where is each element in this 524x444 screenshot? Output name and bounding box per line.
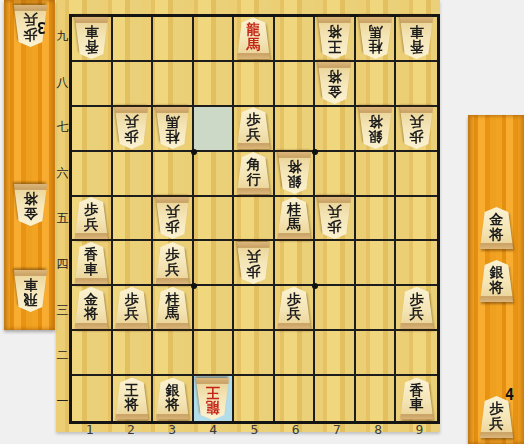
koma-kanji: 香車 [398,378,435,420]
sente-pawn-piece[interactable]: 歩兵 [235,242,272,284]
cell-3九[interactable] [153,17,194,62]
cell-2一[interactable]: 王将 [113,376,154,421]
koma-kanji: 銀将 [154,378,191,420]
rank-label: 七 [56,105,69,151]
cell-6六[interactable]: 銀将 [275,152,316,197]
cell-8四[interactable] [356,241,397,286]
koma-kanji: 歩兵 [154,242,191,284]
cell-2七[interactable]: 歩兵 [113,107,154,152]
gote-king-piece[interactable]: 王将 [113,378,150,420]
cell-9三[interactable]: 歩兵 [396,286,437,331]
rank-label: 六 [56,151,69,197]
cell-1三[interactable]: 金将 [72,286,113,331]
cell-6九[interactable] [275,17,316,62]
koma-kanji: 王将 [316,17,353,59]
gote-lance-piece[interactable]: 香車 [398,378,435,420]
koma-kanji: 歩兵 [73,197,110,239]
cell-7七[interactable] [315,107,356,152]
cell-4九[interactable] [194,17,235,62]
koma-kanji: 歩兵 [398,287,435,329]
sente-pawn-piece[interactable]: 歩兵 [154,197,191,239]
cell-9四[interactable] [396,241,437,286]
cell-2四[interactable] [113,241,154,286]
cell-7六[interactable] [315,152,356,197]
cell-5四[interactable]: 歩兵 [234,241,275,286]
cell-3一[interactable]: 銀将 [153,376,194,421]
cell-5六[interactable]: 角行 [234,152,275,197]
koma-kanji: 香車 [398,17,435,59]
cell-8五[interactable] [356,197,397,242]
cell-8二[interactable] [356,331,397,376]
koma-kanji: 王将 [113,378,150,420]
cell-5七[interactable]: 歩兵 [234,107,275,152]
koma-kanji: 金将 [73,287,110,329]
rank-label: 九 [56,14,69,60]
cell-5八[interactable] [234,62,275,107]
koma-kanji: 飛車 [12,270,49,312]
rank-label: 一 [56,378,69,424]
cell-9七[interactable]: 歩兵 [396,107,437,152]
cell-4五[interactable] [194,197,235,242]
gote-lance-piece[interactable]: 香車 [73,242,110,284]
cell-8八[interactable] [356,62,397,107]
cell-3二[interactable] [153,331,194,376]
shogi-app: 九八七六五四三二一 123456789 香車龍馬王将桂馬香車金将歩兵桂馬歩兵銀将… [0,0,524,444]
cell-7四[interactable] [315,241,356,286]
gote-pawn-piece[interactable]: 歩兵 [154,242,191,284]
cell-2六[interactable] [113,152,154,197]
cell-1一[interactable] [72,376,113,421]
gote-knight-piece[interactable]: 桂馬 [154,287,191,329]
koma-kanji: 歩兵 [235,242,272,284]
rank-label: 八 [56,60,69,106]
koma-kanji: 銀将 [357,107,394,149]
koma-kanji: 角行 [235,152,272,194]
koma-kanji: 龍馬 [235,17,272,59]
koma-kanji: 歩兵 [276,287,313,329]
cell-8九[interactable]: 桂馬 [356,17,397,62]
cell-2三[interactable]: 歩兵 [113,286,154,331]
sente-knight-piece[interactable]: 桂馬 [154,107,191,149]
cell-8三[interactable] [356,286,397,331]
sente-pawn-piece[interactable]: 歩兵 [398,107,435,149]
cell-1四[interactable]: 香車 [72,241,113,286]
star-point [312,149,318,155]
star-point [312,283,318,289]
cell-9八[interactable] [396,62,437,107]
shogi-board-grid: 香車龍馬王将桂馬香車金将歩兵桂馬歩兵銀将歩兵角行銀将歩兵歩兵桂馬歩兵香車歩兵歩兵… [69,14,440,424]
cell-6一[interactable] [275,376,316,421]
gote-gold-piece[interactable]: 金将 [73,287,110,329]
koma-kanji: 歩兵 [113,287,150,329]
cell-2二[interactable] [113,331,154,376]
gote-knight-piece[interactable]: 桂馬 [276,197,313,239]
koma-kanji: 香車 [73,17,110,59]
rank-label: 二 [56,333,69,379]
sente-pawn-piece[interactable]: 歩兵 [113,107,150,149]
sente-lance-piece[interactable]: 香車 [73,17,110,59]
captured-pieces-stand-left: 歩兵3金将飛車 [4,0,55,330]
cell-9九[interactable]: 香車 [396,17,437,62]
koma-kanji: 歩兵 [398,107,435,149]
cell-3三[interactable]: 桂馬 [153,286,194,331]
cell-6五[interactable]: 桂馬 [275,197,316,242]
sente-gold-piece[interactable]: 金将 [316,62,353,104]
sente-silver-piece[interactable]: 銀将 [276,152,313,194]
cell-4六[interactable] [194,152,235,197]
sente-pawn-piece[interactable]: 歩兵 [316,197,353,239]
cell-7九[interactable]: 王将 [315,17,356,62]
koma-kanji: 金将 [478,207,515,249]
cell-7八[interactable]: 金将 [315,62,356,107]
gote-bishop-piece[interactable]: 角行 [235,152,272,194]
cell-6八[interactable] [275,62,316,107]
cell-6三[interactable]: 歩兵 [275,286,316,331]
cell-2五[interactable] [113,197,154,242]
cell-9六[interactable] [396,152,437,197]
cell-6七[interactable] [275,107,316,152]
koma-kanji: 歩兵 [235,107,272,149]
cell-4八[interactable] [194,62,235,107]
sente-lance-piece[interactable]: 香車 [398,17,435,59]
gote-promoted-bishop-piece[interactable]: 龍馬 [235,17,272,59]
rank-label: 五 [56,196,69,242]
gote-pawn-piece[interactable]: 歩兵 [113,287,150,329]
sente-silver-piece[interactable]: 銀将 [357,107,394,149]
koma-kanji: 歩兵 [154,197,191,239]
sente-king-piece[interactable]: 王将 [316,17,353,59]
gote-pawn-piece[interactable]: 歩兵 [276,287,313,329]
cell-6四[interactable] [275,241,316,286]
cell-5九[interactable]: 龍馬 [234,17,275,62]
gote-silver-piece[interactable]: 銀将 [154,378,191,420]
sente-knight-piece[interactable]: 桂馬 [357,17,394,59]
captured-pieces-stand-right: 金将銀将歩兵4 [468,115,524,444]
rank-labels: 九八七六五四三二一 [56,14,69,424]
cell-1九[interactable]: 香車 [72,17,113,62]
koma-kanji: 桂馬 [357,17,394,59]
cell-7一[interactable] [315,376,356,421]
cell-7二[interactable] [315,331,356,376]
cell-3四[interactable]: 歩兵 [153,241,194,286]
cell-5一[interactable] [234,376,275,421]
cell-9一[interactable]: 香車 [396,376,437,421]
cell-7五[interactable]: 歩兵 [315,197,356,242]
cell-8七[interactable]: 銀将 [356,107,397,152]
gote-silver-piece[interactable]: 銀将 [478,260,515,302]
koma-kanji: 桂馬 [276,197,313,239]
cell-1五[interactable]: 歩兵 [72,197,113,242]
rank-label: 四 [56,242,69,288]
koma-kanji: 香車 [73,242,110,284]
cell-8一[interactable] [356,376,397,421]
star-point [191,149,197,155]
cell-4一[interactable]: 龍王 [194,376,235,421]
sente-gold-piece[interactable]: 金将 [12,184,49,226]
koma-kanji: 桂馬 [154,287,191,329]
rank-label: 三 [56,287,69,333]
koma-kanji: 銀将 [276,152,313,194]
cell-4七[interactable] [194,107,235,152]
cell-6二[interactable] [275,331,316,376]
cell-9二[interactable] [396,331,437,376]
cell-9五[interactable] [396,197,437,242]
koma-kanji: 金将 [12,184,49,226]
cell-2九[interactable] [113,17,154,62]
cell-1八[interactable] [72,62,113,107]
cell-7三[interactable] [315,286,356,331]
cell-5三[interactable] [234,286,275,331]
gote-pawn-piece[interactable]: 歩兵 [235,107,272,149]
koma-kanji: 歩兵 [316,197,353,239]
cell-3七[interactable]: 桂馬 [153,107,194,152]
cell-1六[interactable] [72,152,113,197]
gote-pawn-piece[interactable]: 歩兵 [398,287,435,329]
star-point [191,283,197,289]
sente-promoted-rook-piece[interactable]: 龍王 [194,378,231,420]
gote-gold-piece[interactable]: 金将 [478,207,515,249]
koma-kanji: 金将 [316,62,353,104]
cell-3五[interactable]: 歩兵 [153,197,194,242]
cell-1二[interactable] [72,331,113,376]
koma-kanji: 銀将 [478,260,515,302]
cell-5二[interactable] [234,331,275,376]
cell-3六[interactable] [153,152,194,197]
cell-1七[interactable] [72,107,113,152]
koma-kanji: 歩兵 [113,107,150,149]
cell-3八[interactable] [153,62,194,107]
cell-4二[interactable] [194,331,235,376]
koma-kanji: 龍王 [194,378,231,420]
captured-count: 3 [37,18,46,36]
sente-rook-piece[interactable]: 飛車 [12,270,49,312]
cell-8六[interactable] [356,152,397,197]
cell-5五[interactable] [234,197,275,242]
koma-kanji: 桂馬 [154,107,191,149]
cell-2八[interactable] [113,62,154,107]
captured-count: 4 [505,386,514,404]
gote-pawn-piece[interactable]: 歩兵 [73,197,110,239]
cell-4三[interactable] [194,286,235,331]
cell-4四[interactable] [194,241,235,286]
